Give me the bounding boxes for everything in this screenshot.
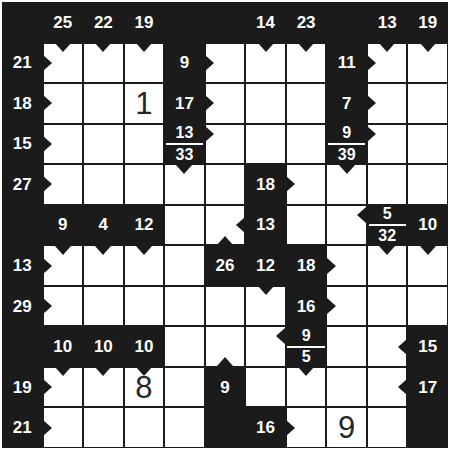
cell-r10c1[interactable] xyxy=(43,407,84,448)
clue-value-arrow-left-icon: 9 xyxy=(286,326,327,345)
clue-r8c2: 10 xyxy=(83,326,124,367)
clue-value: 10 xyxy=(53,338,72,355)
cell-r6c8[interactable] xyxy=(326,245,367,286)
clue-value-arrow-right-icon: 9 xyxy=(326,124,367,143)
clue-value: 18 xyxy=(13,95,32,112)
cell-r1c9[interactable] xyxy=(367,43,408,84)
clue-value: 26 xyxy=(216,257,235,274)
cell-r9c1[interactable] xyxy=(43,367,84,408)
cell-r10c4[interactable] xyxy=(164,407,205,448)
clue-r0c10: 19 xyxy=(407,2,448,43)
arrow-down-icon xyxy=(95,367,111,376)
cell-r1c6[interactable] xyxy=(245,43,286,84)
clue-r3c8: 939 xyxy=(326,124,367,165)
arrow-down-icon xyxy=(55,246,71,255)
block-r0c0 xyxy=(2,2,43,43)
clue-r9c5: 9 xyxy=(205,367,246,408)
clue-value: 16 xyxy=(297,298,316,315)
clue-r7c7: 16 xyxy=(286,286,327,327)
arrow-right-icon xyxy=(367,55,376,71)
cell-r10c3[interactable] xyxy=(124,407,165,448)
cell-r6c3[interactable] xyxy=(124,245,165,286)
arrow-right-icon xyxy=(286,420,295,436)
arrow-left-icon xyxy=(357,207,366,223)
clue-value-arrow-down-icon: 39 xyxy=(326,145,367,164)
clue-r2c4: 17 xyxy=(164,83,205,124)
cell-r2c5[interactable] xyxy=(205,83,246,124)
cell-r10c9[interactable] xyxy=(367,407,408,448)
arrow-down-icon xyxy=(176,165,192,174)
cell-r8c8[interactable] xyxy=(326,326,367,367)
clue-r6c6: 12 xyxy=(245,245,286,286)
arrow-down-icon xyxy=(95,43,111,52)
cell-r9c7[interactable] xyxy=(286,367,327,408)
arrow-down-icon xyxy=(420,246,436,255)
clue-r0c7: 23 xyxy=(286,2,327,43)
cell-r4c7[interactable] xyxy=(286,164,327,205)
clue-r5c9: 532 xyxy=(367,205,408,246)
arrow-right-icon xyxy=(205,126,214,142)
arrow-left-icon xyxy=(236,217,245,233)
clue-r9c10: 17 xyxy=(407,367,448,408)
cell-r6c10[interactable] xyxy=(407,245,448,286)
arrow-right-icon xyxy=(367,126,376,142)
clue-value: 25 xyxy=(53,14,72,31)
cell-r3c5[interactable] xyxy=(205,124,246,165)
arrow-up-icon xyxy=(217,357,233,366)
cell-r4c3[interactable] xyxy=(124,164,165,205)
arrow-down-icon xyxy=(298,43,314,52)
clue-r5c2: 4 xyxy=(83,205,124,246)
cell-r6c9[interactable] xyxy=(367,245,408,286)
cell-r6c1[interactable] xyxy=(43,245,84,286)
clue-r9c0: 19 xyxy=(2,367,43,408)
arrow-right-icon xyxy=(327,298,336,314)
cell-r5c5[interactable] xyxy=(205,205,246,246)
clue-r10c6: 16 xyxy=(245,407,286,448)
cell-r1c3[interactable] xyxy=(124,43,165,84)
cell-r8c4[interactable] xyxy=(164,326,205,367)
arrow-left-icon xyxy=(398,379,407,395)
arrow-down-icon xyxy=(136,246,152,255)
clue-r2c8: 7 xyxy=(326,83,367,124)
clue-r3c0: 15 xyxy=(2,124,43,165)
cell-r2c1[interactable] xyxy=(43,83,84,124)
cell-r10c2[interactable] xyxy=(83,407,124,448)
block-r10c5 xyxy=(205,407,246,448)
clue-value: 10 xyxy=(134,338,153,355)
clue-value-arrow-down-icon: 33 xyxy=(164,145,205,164)
given-digit: 1 xyxy=(135,88,152,119)
arrow-right-icon xyxy=(327,258,336,274)
cell-r2c6[interactable] xyxy=(245,83,286,124)
cell-r9c6[interactable] xyxy=(245,367,286,408)
cell-r3c2[interactable] xyxy=(83,124,124,165)
cell-r10c7[interactable] xyxy=(286,407,327,448)
clue-r8c7: 95 xyxy=(286,326,327,367)
clue-value-arrow-down-icon: 5 xyxy=(286,348,327,367)
cell-r5c7[interactable] xyxy=(286,205,327,246)
cell-r2c3[interactable]: 1 xyxy=(124,83,165,124)
clue-value: 15 xyxy=(13,135,32,152)
cell-r1c5[interactable] xyxy=(205,43,246,84)
clue-r5c3: 12 xyxy=(124,205,165,246)
clue-r6c7: 18 xyxy=(286,245,327,286)
clue-value-arrow-down-icon: 32 xyxy=(367,226,408,245)
cell-r4c9[interactable] xyxy=(367,164,408,205)
cell-r1c7[interactable] xyxy=(286,43,327,84)
arrow-down-icon xyxy=(379,246,395,255)
clue-value: 19 xyxy=(418,14,437,31)
arrow-up-icon xyxy=(217,236,233,245)
cell-r7c9[interactable] xyxy=(367,286,408,327)
arrow-down-icon xyxy=(258,43,274,52)
cell-r6c4[interactable] xyxy=(164,245,205,286)
cell-r2c7[interactable] xyxy=(286,83,327,124)
cell-r1c1[interactable] xyxy=(43,43,84,84)
cell-r3c7[interactable] xyxy=(286,124,327,165)
cell-r3c9[interactable] xyxy=(367,124,408,165)
cell-r7c4[interactable] xyxy=(164,286,205,327)
clue-value: 22 xyxy=(94,14,113,31)
given-digit: 9 xyxy=(338,412,355,443)
clue-r0c2: 22 xyxy=(83,2,124,43)
clue-r0c3: 19 xyxy=(124,2,165,43)
cell-r7c2[interactable] xyxy=(83,286,124,327)
arrow-right-icon xyxy=(286,176,295,192)
clue-r0c9: 13 xyxy=(367,2,408,43)
arrow-right-icon xyxy=(205,55,214,71)
clue-value: 18 xyxy=(297,257,316,274)
clue-r10c0: 21 xyxy=(2,407,43,448)
cell-r4c5[interactable] xyxy=(205,164,246,205)
arrow-right-icon xyxy=(43,95,52,111)
arrow-right-icon xyxy=(43,55,52,71)
cell-r4c1[interactable] xyxy=(43,164,84,205)
clue-value: 19 xyxy=(13,379,32,396)
cell-r8c6[interactable] xyxy=(245,326,286,367)
clue-r5c1: 9 xyxy=(43,205,84,246)
arrow-down-icon xyxy=(95,246,111,255)
cell-r1c10[interactable] xyxy=(407,43,448,84)
arrow-right-icon xyxy=(367,95,376,111)
arrow-right-icon xyxy=(205,95,214,111)
arrow-left-icon xyxy=(398,339,407,355)
clue-value: 19 xyxy=(134,14,153,31)
clue-value: 21 xyxy=(13,419,32,436)
clue-r7c0: 29 xyxy=(2,286,43,327)
arrow-down-icon xyxy=(136,43,152,52)
cell-r1c2[interactable] xyxy=(83,43,124,84)
cell-r3c1[interactable] xyxy=(43,124,84,165)
clue-value: 9 xyxy=(220,379,229,396)
cell-r2c2[interactable] xyxy=(83,83,124,124)
cell-r7c10[interactable] xyxy=(407,286,448,327)
cell-r7c3[interactable] xyxy=(124,286,165,327)
clue-r1c4: 9 xyxy=(164,43,205,84)
clue-value: 12 xyxy=(134,216,153,233)
clue-value: 9 xyxy=(180,54,189,71)
clue-r3c4: 1333 xyxy=(164,124,205,165)
clue-r0c1: 25 xyxy=(43,2,84,43)
clue-value: 11 xyxy=(338,54,356,71)
block-r5c0 xyxy=(2,205,43,246)
clue-r4c0: 27 xyxy=(2,164,43,205)
block-r0c8 xyxy=(326,2,367,43)
clue-r5c10: 10 xyxy=(407,205,448,246)
clue-value: 27 xyxy=(13,176,32,193)
clue-value: 9 xyxy=(58,216,67,233)
arrow-down-icon xyxy=(298,367,314,376)
cell-r4c10[interactable] xyxy=(407,164,448,205)
clue-r1c0: 21 xyxy=(2,43,43,84)
arrow-down-icon xyxy=(136,367,152,376)
arrow-right-icon xyxy=(43,298,52,314)
cell-r3c3[interactable] xyxy=(124,124,165,165)
cell-r9c9[interactable] xyxy=(367,367,408,408)
arrow-down-icon xyxy=(55,367,71,376)
clue-r6c5: 26 xyxy=(205,245,246,286)
clue-value-arrow-left-icon: 5 xyxy=(367,205,408,224)
arrow-down-icon xyxy=(339,165,355,174)
arrow-right-icon xyxy=(43,176,52,192)
cell-r2c10[interactable] xyxy=(407,83,448,124)
cell-r6c2[interactable] xyxy=(83,245,124,286)
arrow-right-icon xyxy=(43,379,52,395)
cell-r5c8[interactable] xyxy=(326,205,367,246)
cell-r7c1[interactable] xyxy=(43,286,84,327)
arrow-left-icon xyxy=(276,328,285,344)
clue-r2c0: 18 xyxy=(2,83,43,124)
clue-value: 14 xyxy=(256,14,275,31)
arrow-down-icon xyxy=(420,43,436,52)
cell-r9c4[interactable] xyxy=(164,367,205,408)
arrow-right-icon xyxy=(43,420,52,436)
arrow-right-icon xyxy=(43,136,52,152)
cell-r10c8[interactable]: 9 xyxy=(326,407,367,448)
cell-r3c6[interactable] xyxy=(245,124,286,165)
cell-r7c6[interactable] xyxy=(245,286,286,327)
clue-r5c6: 13 xyxy=(245,205,286,246)
arrow-down-icon xyxy=(55,43,71,52)
cell-r9c8[interactable] xyxy=(326,367,367,408)
clue-value: 13 xyxy=(13,257,32,274)
clue-value: 23 xyxy=(297,14,316,31)
cell-r7c5[interactable] xyxy=(205,286,246,327)
cell-r4c2[interactable] xyxy=(83,164,124,205)
clue-value: 13 xyxy=(378,14,397,31)
arrow-down-icon xyxy=(258,286,274,295)
clue-value: 29 xyxy=(13,298,32,315)
clue-value: 13 xyxy=(256,216,275,233)
clue-value: 10 xyxy=(94,338,113,355)
clue-value: 10 xyxy=(418,216,437,233)
cell-r9c2[interactable] xyxy=(83,367,124,408)
clue-value: 7 xyxy=(342,95,351,112)
arrow-right-icon xyxy=(43,258,52,274)
clue-value: 18 xyxy=(256,176,275,193)
clue-r0c6: 14 xyxy=(245,2,286,43)
kakuro-board: 2522191423131921911181177151333939271894… xyxy=(0,0,450,450)
cell-r8c5[interactable] xyxy=(205,326,246,367)
clue-value: 15 xyxy=(418,338,437,355)
cell-r7c8[interactable] xyxy=(326,286,367,327)
clue-r8c10: 15 xyxy=(407,326,448,367)
block-r0c4 xyxy=(164,2,205,43)
clue-value: 21 xyxy=(13,54,32,71)
clue-r6c0: 13 xyxy=(2,245,43,286)
cell-r9c3[interactable]: 8 xyxy=(124,367,165,408)
clue-r8c3: 10 xyxy=(124,326,165,367)
clue-value: 17 xyxy=(418,379,437,396)
block-r0c5 xyxy=(205,2,246,43)
clue-value-arrow-right-icon: 13 xyxy=(164,124,205,143)
clue-r8c1: 10 xyxy=(43,326,84,367)
clue-r1c8: 11 xyxy=(326,43,367,84)
clue-value: 16 xyxy=(256,419,275,436)
arrow-down-icon xyxy=(379,43,395,52)
block-r8c0 xyxy=(2,326,43,367)
clue-value: 12 xyxy=(256,257,275,274)
cell-r2c9[interactable] xyxy=(367,83,408,124)
clue-r4c6: 18 xyxy=(245,164,286,205)
cell-r5c4[interactable] xyxy=(164,205,205,246)
block-r10c10 xyxy=(407,407,448,448)
cell-r8c9[interactable] xyxy=(367,326,408,367)
cell-r3c10[interactable] xyxy=(407,124,448,165)
cell-r4c4[interactable] xyxy=(164,164,205,205)
cell-r4c8[interactable] xyxy=(326,164,367,205)
clue-value: 17 xyxy=(175,95,194,112)
clue-value: 4 xyxy=(99,216,108,233)
